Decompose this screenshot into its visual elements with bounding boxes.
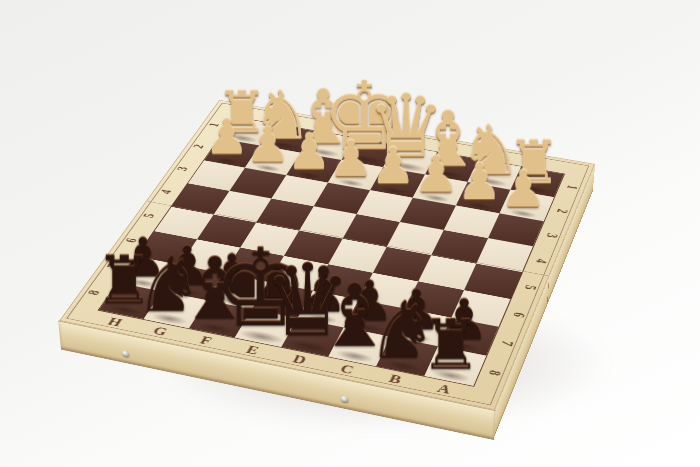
piece-white-pawn-d2[interactable]: ♟ [371, 144, 416, 190]
rank-label: 4 [141, 181, 193, 203]
photo-background: ♜♞♝♚♛♝♞♜♟♟♟♟♟♟♟♟♟♟♟♟♟♟♟♟♜♞♝♚♛♝♞♜ HGFEDCB… [0, 0, 700, 467]
piece-white-pawn-f2[interactable]: ♟ [287, 130, 332, 176]
screw-icon [341, 395, 348, 402]
piece-white-pawn-e2[interactable]: ♟ [329, 137, 374, 183]
rank-label: 3 [158, 158, 209, 179]
chess-board: ♜♞♝♚♛♝♞♜♟♟♟♟♟♟♟♟♟♟♟♟♟♟♟♟♜♞♝♚♛♝♞♜ HGFEDCB… [59, 100, 595, 410]
screw-icon [122, 350, 129, 357]
piece-white-pawn-g2[interactable]: ♟ [246, 123, 290, 168]
fold-seam-side [547, 277, 550, 306]
piece-white-pawn-b2[interactable]: ♟ [457, 159, 503, 206]
piece-black-rook-a8[interactable]: ♜ [420, 314, 481, 377]
piece-white-pawn-c2[interactable]: ♟ [413, 152, 458, 198]
